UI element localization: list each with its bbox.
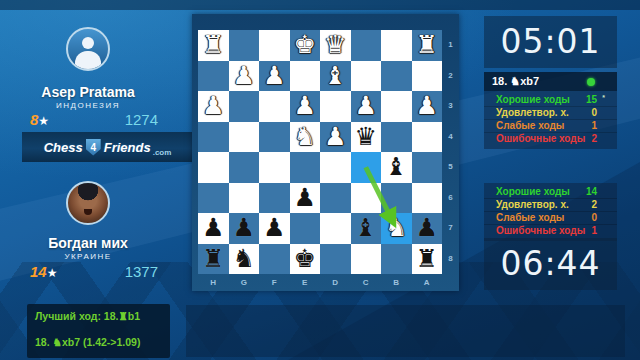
best-move-text: Лучший ход: 18.♜b1: [35, 310, 140, 322]
stat-note-asterisk: *: [602, 92, 605, 104]
square-b7[interactable]: ♞: [381, 213, 412, 244]
stat-row-weak: Слабые ходы 1: [484, 120, 617, 133]
stat-row-bad: Ошибочные ходы 2: [484, 133, 617, 145]
piece-black-rook: ♜: [416, 244, 438, 274]
file-label-a: A: [412, 276, 443, 289]
file-label-g: G: [229, 276, 260, 289]
stat-label: Слабые ходы: [496, 212, 564, 223]
piece-white-pawn: ♟: [233, 61, 255, 91]
stat-value: 14: [586, 186, 597, 198]
piece-white-pawn: ♟: [324, 122, 346, 152]
square-f4[interactable]: [259, 122, 290, 153]
square-a4[interactable]: [412, 122, 443, 153]
square-a2[interactable]: [412, 61, 443, 92]
square-g5[interactable]: [229, 152, 260, 183]
stat-value: 0: [591, 107, 597, 119]
square-d1[interactable]: ♛: [320, 30, 351, 61]
clock-black: 06:44: [484, 238, 617, 290]
avatar-silhouette-icon: [75, 51, 101, 71]
black-player-stars: 14★: [30, 263, 57, 281]
piece-black-bishop: ♝: [385, 152, 407, 182]
piece-black-pawn: ♟: [294, 183, 316, 213]
square-g1[interactable]: [229, 30, 260, 61]
square-g6[interactable]: [229, 183, 260, 214]
stat-value: 2: [591, 133, 597, 145]
square-e7[interactable]: [290, 213, 321, 244]
stat-row-good: Хорошие ходы 15 *: [484, 94, 617, 107]
square-e3[interactable]: ♟: [290, 91, 321, 122]
square-b5[interactable]: ♝: [381, 152, 412, 183]
square-e2[interactable]: [290, 61, 321, 92]
square-a5[interactable]: [412, 152, 443, 183]
avatar-photo-detail: [84, 209, 92, 215]
online-status-dot: [587, 78, 595, 86]
file-label-b: B: [381, 276, 412, 289]
stat-label: Удовлетвор. х.: [496, 107, 569, 118]
black-player-rating: 1377: [125, 263, 158, 280]
piece-black-knight: ♞: [233, 244, 255, 274]
square-c4[interactable]: ♛: [351, 122, 382, 153]
rank-label-8: 8: [444, 244, 457, 275]
square-c1[interactable]: [351, 30, 382, 61]
piece-white-rook: ♜: [202, 30, 224, 60]
white-player-rating: 1274: [125, 111, 158, 128]
square-h6[interactable]: [198, 183, 229, 214]
app-window: Asep Pratama ИНДОНЕЗИЯ 8★ 1274 Chess 4 F…: [0, 0, 640, 360]
black-player-stats-row: 14★ 1377: [30, 263, 158, 281]
piece-white-queen: ♛: [324, 30, 346, 60]
stats-table-black: Хорошие ходы 14 Удовлетвор. х. 2 Слабые …: [484, 183, 617, 241]
piece-black-queen: ♛: [355, 122, 377, 152]
star-icon: ★: [38, 114, 49, 128]
piece-black-pawn: ♟: [416, 213, 438, 243]
square-f7[interactable]: ♟: [259, 213, 290, 244]
square-f6[interactable]: [259, 183, 290, 214]
square-c8[interactable]: [351, 244, 382, 275]
piece-black-pawn: ♟: [202, 213, 224, 243]
rank-label-1: 1: [444, 30, 457, 61]
current-move-label: 18. ♞xb7: [492, 75, 539, 87]
stat-value: 15: [586, 94, 597, 106]
stat-row-good: Хорошие ходы 14: [484, 186, 617, 199]
square-a7[interactable]: ♟: [412, 213, 443, 244]
piece-white-pawn: ♟: [263, 61, 285, 91]
square-h3[interactable]: ♟: [198, 91, 229, 122]
logo-shield-number: 4: [90, 142, 96, 153]
square-e4[interactable]: ♞: [290, 122, 321, 153]
file-label-h: H: [198, 276, 229, 289]
piece-white-king: ♚: [294, 30, 316, 60]
rank-label-7: 7: [444, 213, 457, 244]
avatar-white-player[interactable]: [66, 27, 110, 71]
logo-text-friends: Friends: [104, 140, 151, 155]
piece-black-pawn: ♟: [233, 213, 255, 243]
chess-board-panel: ♜♚♛♜♟♟♝♟♟♟♟♞♟♛♝♟♟♟♟♝♞♟♜♞♚♜ HGFEDCBA 1234…: [192, 14, 459, 291]
stat-label: Хорошие ходы: [496, 94, 570, 105]
square-d8[interactable]: [320, 244, 351, 275]
logo-text-chess: Chess: [44, 140, 83, 155]
piece-white-pawn: ♟: [355, 91, 377, 121]
square-h1[interactable]: ♜: [198, 30, 229, 61]
square-d6[interactable]: [320, 183, 351, 214]
square-a1[interactable]: ♜: [412, 30, 443, 61]
square-h4[interactable]: [198, 122, 229, 153]
piece-black-king: ♚: [294, 244, 316, 274]
piece-white-knight: ♞: [385, 213, 407, 243]
clock-white: 05:01: [484, 16, 617, 68]
white-player-country: ИНДОНЕЗИЯ: [0, 101, 176, 110]
stat-value: 0: [591, 212, 597, 224]
black-player-name: Богдан мих: [0, 235, 176, 251]
piece-black-pawn: ♟: [263, 213, 285, 243]
square-d7[interactable]: [320, 213, 351, 244]
square-h8[interactable]: ♜: [198, 244, 229, 275]
analysis-panel: Лучший ход: 18.♜b1 18. ♞xb7 (1.42->1.09): [27, 304, 170, 358]
piece-white-bishop: ♝: [324, 61, 346, 91]
square-g4[interactable]: [229, 122, 260, 153]
file-label-c: C: [351, 276, 382, 289]
square-b3[interactable]: [381, 91, 412, 122]
rank-label-4: 4: [444, 122, 457, 153]
stat-label: Хорошие ходы: [496, 186, 570, 197]
square-h2[interactable]: [198, 61, 229, 92]
stat-row-satisfactory: Удовлетвор. х. 0: [484, 107, 617, 120]
square-h7[interactable]: ♟: [198, 213, 229, 244]
piece-white-pawn: ♟: [416, 91, 438, 121]
square-f3[interactable]: [259, 91, 290, 122]
star-icon: ★: [47, 266, 58, 280]
square-d4[interactable]: ♟: [320, 122, 351, 153]
chess4friends-logo[interactable]: Chess 4 Friends .com: [22, 132, 193, 162]
square-b8[interactable]: [381, 244, 412, 275]
square-e8[interactable]: ♚: [290, 244, 321, 275]
white-player-name: Asep Pratama: [0, 84, 176, 100]
rank-label-3: 3: [444, 91, 457, 122]
white-player-stats-row: 8★ 1274: [30, 111, 158, 129]
stat-row-satisfactory: Удовлетвор. х. 2: [484, 199, 617, 212]
stat-label: Ошибочные ходы: [496, 225, 585, 236]
square-f2[interactable]: ♟: [259, 61, 290, 92]
shield-icon: 4: [86, 139, 101, 156]
played-move-eval-text: 18. ♞xb7 (1.42->1.09): [35, 336, 140, 348]
square-e5[interactable]: [290, 152, 321, 183]
square-e6[interactable]: ♟: [290, 183, 321, 214]
square-b2[interactable]: [381, 61, 412, 92]
stats-table-white: Хорошие ходы 15 * Удовлетвор. х. 0 Слабы…: [484, 91, 617, 149]
square-e1[interactable]: ♚: [290, 30, 321, 61]
square-g7[interactable]: ♟: [229, 213, 260, 244]
rank-label-6: 6: [444, 183, 457, 214]
square-b6[interactable]: [381, 183, 412, 214]
stat-row-bad: Ошибочные ходы 1: [484, 225, 617, 237]
piece-white-knight: ♞: [294, 122, 316, 152]
square-d2[interactable]: ♝: [320, 61, 351, 92]
square-a6[interactable]: [412, 183, 443, 214]
square-f8[interactable]: [259, 244, 290, 275]
square-g8[interactable]: ♞: [229, 244, 260, 275]
rank-label-5: 5: [444, 152, 457, 183]
piece-black-bishop: ♝: [355, 213, 377, 243]
stat-value: 1: [591, 225, 597, 237]
square-a8[interactable]: ♜: [412, 244, 443, 275]
piece-white-pawn: ♟: [294, 91, 316, 121]
file-label-f: F: [259, 276, 290, 289]
file-label-e: E: [290, 276, 321, 289]
avatar-black-player[interactable]: [66, 181, 110, 225]
stat-value: 1: [591, 120, 597, 132]
square-a3[interactable]: ♟: [412, 91, 443, 122]
stat-row-weak: Слабые ходы 0: [484, 212, 617, 225]
square-c7[interactable]: ♝: [351, 213, 382, 244]
square-h5[interactable]: [198, 152, 229, 183]
square-g3[interactable]: [229, 91, 260, 122]
square-c2[interactable]: [351, 61, 382, 92]
square-c3[interactable]: ♟: [351, 91, 382, 122]
square-d3[interactable]: [320, 91, 351, 122]
square-b1[interactable]: [381, 30, 412, 61]
square-f1[interactable]: [259, 30, 290, 61]
black-star-count: 14: [30, 263, 47, 280]
stat-label: Удовлетвор. х.: [496, 199, 569, 210]
current-move-row: 18. ♞xb7: [484, 72, 617, 91]
move-stats-panel: 18. ♞xb7 Хорошие ходы 15 * Удовлетвор. х…: [484, 72, 617, 149]
file-labels: HGFEDCBA: [198, 276, 442, 289]
square-f5[interactable]: [259, 152, 290, 183]
movelist-strip[interactable]: [186, 305, 625, 357]
stat-label: Ошибочные ходы: [496, 133, 585, 144]
rank-label-2: 2: [444, 61, 457, 92]
square-b4[interactable]: [381, 122, 412, 153]
square-c5[interactable]: [351, 152, 382, 183]
rank-labels: 12345678: [444, 30, 457, 274]
square-g2[interactable]: ♟: [229, 61, 260, 92]
chess-board: ♜♚♛♜♟♟♝♟♟♟♟♞♟♛♝♟♟♟♟♝♞♟♜♞♚♜: [198, 30, 442, 274]
logo-text-com: .com: [153, 148, 172, 157]
piece-white-pawn: ♟: [202, 91, 224, 121]
piece-black-rook: ♜: [202, 244, 224, 274]
square-d5[interactable]: [320, 152, 351, 183]
stat-label: Слабые ходы: [496, 120, 564, 131]
black-player-country: УКРАИНЕ: [0, 252, 176, 261]
white-player-stars: 8★: [30, 111, 49, 129]
file-label-d: D: [320, 276, 351, 289]
piece-white-rook: ♜: [416, 30, 438, 60]
square-c6[interactable]: [351, 183, 382, 214]
stat-value: 2: [591, 199, 597, 211]
avatar-silhouette-icon: [82, 37, 94, 49]
